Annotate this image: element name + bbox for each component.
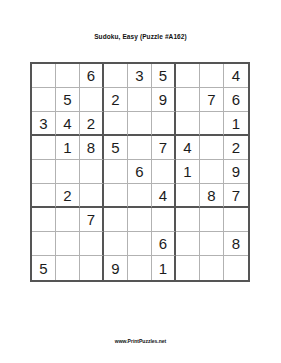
cell-r5c2[interactable]	[56, 160, 80, 184]
cell-r1c5[interactable]: 3	[128, 64, 152, 88]
cell-r6c5[interactable]	[128, 184, 152, 208]
cell-r6c7[interactable]	[176, 184, 200, 208]
cell-r6c2[interactable]: 2	[56, 184, 80, 208]
cell-r9c7[interactable]	[176, 256, 200, 280]
cell-r5c5[interactable]: 6	[128, 160, 152, 184]
cell-r4c5[interactable]	[128, 136, 152, 160]
cell-r3c6[interactable]	[152, 112, 176, 136]
cell-r4c8[interactable]	[200, 136, 224, 160]
cell-r8c1[interactable]	[32, 232, 56, 256]
puzzle-title: Sudoku, Easy (Puzzle #A162)	[0, 33, 281, 40]
cell-r2c6[interactable]: 9	[152, 88, 176, 112]
cell-r9c9[interactable]	[224, 256, 248, 280]
cell-r9c5[interactable]	[128, 256, 152, 280]
cell-r6c9[interactable]: 7	[224, 184, 248, 208]
cell-r5c7[interactable]: 1	[176, 160, 200, 184]
cell-r1c9[interactable]: 4	[224, 64, 248, 88]
cell-r4c1[interactable]	[32, 136, 56, 160]
cell-r7c4[interactable]	[104, 208, 128, 232]
cell-r8c3[interactable]	[80, 232, 104, 256]
cell-r2c4[interactable]: 2	[104, 88, 128, 112]
cell-r2c3[interactable]	[80, 88, 104, 112]
cell-r8c8[interactable]	[200, 232, 224, 256]
cell-r2c9[interactable]: 6	[224, 88, 248, 112]
cell-r4c2[interactable]: 1	[56, 136, 80, 160]
cell-r1c2[interactable]	[56, 64, 80, 88]
cell-r7c8[interactable]	[200, 208, 224, 232]
cell-r6c4[interactable]	[104, 184, 128, 208]
cell-r5c9[interactable]: 9	[224, 160, 248, 184]
cell-r4c4[interactable]: 5	[104, 136, 128, 160]
cell-r7c6[interactable]	[152, 208, 176, 232]
cell-r3c9[interactable]: 1	[224, 112, 248, 136]
cell-r1c1[interactable]	[32, 64, 56, 88]
cell-r6c3[interactable]	[80, 184, 104, 208]
cell-r8c9[interactable]: 8	[224, 232, 248, 256]
cell-r4c6[interactable]: 7	[152, 136, 176, 160]
cell-r3c3[interactable]: 2	[80, 112, 104, 136]
sudoku-page: Sudoku, Easy (Puzzle #A162) 635452976342…	[0, 0, 281, 363]
cell-r1c6[interactable]: 5	[152, 64, 176, 88]
cell-r5c1[interactable]	[32, 160, 56, 184]
cell-r9c1[interactable]: 5	[32, 256, 56, 280]
cell-r6c8[interactable]: 8	[200, 184, 224, 208]
cell-r6c1[interactable]	[32, 184, 56, 208]
cell-r4c7[interactable]: 4	[176, 136, 200, 160]
cell-r9c6[interactable]: 1	[152, 256, 176, 280]
cell-r7c7[interactable]	[176, 208, 200, 232]
cell-r2c8[interactable]: 7	[200, 88, 224, 112]
cell-r5c6[interactable]	[152, 160, 176, 184]
cell-r8c7[interactable]	[176, 232, 200, 256]
cell-r8c4[interactable]	[104, 232, 128, 256]
cell-r8c2[interactable]	[56, 232, 80, 256]
cell-r9c4[interactable]: 9	[104, 256, 128, 280]
cell-r3c4[interactable]	[104, 112, 128, 136]
cell-r8c5[interactable]	[128, 232, 152, 256]
cell-r5c3[interactable]	[80, 160, 104, 184]
cell-r5c8[interactable]	[200, 160, 224, 184]
cell-r7c9[interactable]	[224, 208, 248, 232]
cell-r7c1[interactable]	[32, 208, 56, 232]
cell-r8c6[interactable]: 6	[152, 232, 176, 256]
cell-r1c4[interactable]	[104, 64, 128, 88]
cell-r2c5[interactable]	[128, 88, 152, 112]
cell-r6c6[interactable]: 4	[152, 184, 176, 208]
cell-r3c2[interactable]: 4	[56, 112, 80, 136]
cell-r9c8[interactable]	[200, 256, 224, 280]
footer-url: www.PrintPuzzles.net	[0, 338, 281, 344]
cell-r3c1[interactable]: 3	[32, 112, 56, 136]
cell-r2c7[interactable]	[176, 88, 200, 112]
cell-r1c3[interactable]: 6	[80, 64, 104, 88]
cell-r9c2[interactable]	[56, 256, 80, 280]
cell-r7c2[interactable]	[56, 208, 80, 232]
cell-r3c7[interactable]	[176, 112, 200, 136]
cell-r7c5[interactable]	[128, 208, 152, 232]
cell-r2c2[interactable]: 5	[56, 88, 80, 112]
cell-r7c3[interactable]: 7	[80, 208, 104, 232]
cell-r2c1[interactable]	[32, 88, 56, 112]
cell-r4c3[interactable]: 8	[80, 136, 104, 160]
cell-r9c3[interactable]	[80, 256, 104, 280]
cell-r1c8[interactable]	[200, 64, 224, 88]
cell-r3c5[interactable]	[128, 112, 152, 136]
sudoku-board: 63545297634211857426192487768591	[30, 62, 250, 282]
cell-r3c8[interactable]	[200, 112, 224, 136]
cell-r5c4[interactable]	[104, 160, 128, 184]
cell-r1c7[interactable]	[176, 64, 200, 88]
cell-r4c9[interactable]: 2	[224, 136, 248, 160]
